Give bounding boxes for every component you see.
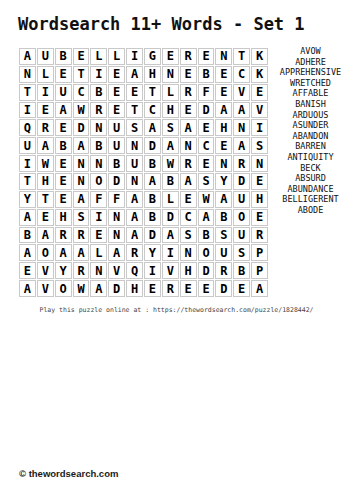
- word-list-item: WRETCHED: [268, 78, 353, 89]
- grid-cell: B: [108, 155, 125, 172]
- grid-cell: A: [215, 191, 232, 208]
- grid-cell: C: [73, 84, 90, 101]
- word-list-item: AFFABLE: [268, 88, 353, 99]
- grid-cell: E: [215, 66, 232, 83]
- grid-cell: U: [233, 191, 250, 208]
- grid-cell: E: [180, 191, 197, 208]
- grid-cell: E: [108, 102, 125, 119]
- grid-cell: Y: [215, 173, 232, 190]
- grid-cell: R: [55, 227, 72, 244]
- grid-cell: W: [162, 155, 179, 172]
- puzzle-page: Wordsearch 11+ Words - Set 1 AUBELLIGERE…: [0, 0, 353, 500]
- grid-cell: D: [144, 137, 161, 154]
- grid-cell: E: [198, 155, 215, 172]
- grid-cell: N: [90, 262, 107, 279]
- grid-cell: T: [144, 84, 161, 101]
- grid-cell: N: [19, 66, 36, 83]
- grid-cell: R: [73, 227, 90, 244]
- grid-cell: Q: [126, 262, 143, 279]
- grid-cell: A: [251, 280, 268, 297]
- grid-cell: C: [180, 209, 197, 226]
- grid-cell: A: [144, 173, 161, 190]
- grid-cell: I: [90, 209, 107, 226]
- word-list: AVOWADHEREAPPREHENSIVEWRETCHEDAFFABLEBAN…: [268, 46, 353, 216]
- grid-cell: S: [73, 209, 90, 226]
- grid-cell: E: [55, 66, 72, 83]
- grid-cell: K: [251, 66, 268, 83]
- word-list-item: BELLIGERENT: [268, 194, 353, 205]
- grid-cell: O: [198, 244, 215, 261]
- word-list-item: ABSURD: [268, 173, 353, 184]
- grid-cell: N: [90, 155, 107, 172]
- grid-cell: V: [37, 280, 54, 297]
- grid-cell: D: [198, 262, 215, 279]
- grid-cell: E: [198, 119, 215, 136]
- grid-cell: I: [19, 155, 36, 172]
- grid-cell: A: [126, 66, 143, 83]
- grid-cell: E: [233, 280, 250, 297]
- grid-cell: D: [198, 102, 215, 119]
- grid-cell: S: [162, 119, 179, 136]
- grid-cell: S: [233, 244, 250, 261]
- grid-cell: E: [162, 48, 179, 65]
- grid-cell: E: [73, 48, 90, 65]
- grid-cell: A: [19, 48, 36, 65]
- grid-cell: E: [55, 155, 72, 172]
- grid-cell: A: [126, 227, 143, 244]
- grid-cell: I: [162, 244, 179, 261]
- grid-cell: E: [55, 173, 72, 190]
- grid-cell: N: [215, 48, 232, 65]
- grid-cell: A: [180, 173, 197, 190]
- grid-cell: L: [37, 66, 54, 83]
- grid-cell: C: [198, 137, 215, 154]
- grid-cell: U: [108, 119, 125, 136]
- grid-cell: S: [198, 173, 215, 190]
- grid-cell: O: [55, 280, 72, 297]
- grid-cell: L: [90, 244, 107, 261]
- grid-cell: L: [162, 84, 179, 101]
- grid-cell: Y: [144, 244, 161, 261]
- grid-cell: R: [162, 280, 179, 297]
- grid-cell: W: [37, 155, 54, 172]
- grid-cell: B: [233, 262, 250, 279]
- grid-cell: N: [215, 155, 232, 172]
- grid-cell: E: [144, 280, 161, 297]
- grid-cell: T: [233, 48, 250, 65]
- grid-cell: I: [90, 66, 107, 83]
- grid-cell: A: [215, 102, 232, 119]
- grid-cell: P: [251, 244, 268, 261]
- grid-cell: D: [233, 173, 250, 190]
- word-list-item: BARREN: [268, 141, 353, 152]
- grid-cell: B: [90, 84, 107, 101]
- grid-cell: N: [126, 137, 143, 154]
- grid-cell: E: [180, 280, 197, 297]
- grid-cell: A: [233, 137, 250, 154]
- grid-cell: C: [233, 66, 250, 83]
- grid-cell: D: [144, 227, 161, 244]
- grid-cell: L: [108, 48, 125, 65]
- grid-cell: I: [144, 262, 161, 279]
- grid-cell: F: [198, 84, 215, 101]
- grid-cell: T: [19, 84, 36, 101]
- grid-cell: A: [162, 137, 179, 154]
- grid-cell: B: [144, 209, 161, 226]
- grid-cell: T: [37, 191, 54, 208]
- grid-cell: E: [251, 209, 268, 226]
- grid-cell: A: [19, 209, 36, 226]
- grid-cell: T: [126, 102, 143, 119]
- grid-cell: U: [233, 227, 250, 244]
- grid-cell: B: [90, 137, 107, 154]
- site-branding: © thewordsearch.com: [19, 468, 118, 479]
- grid-cell: A: [73, 191, 90, 208]
- grid-cell: A: [19, 244, 36, 261]
- grid-cell: E: [90, 227, 107, 244]
- grid-cell: A: [162, 227, 179, 244]
- grid-cell: B: [55, 48, 72, 65]
- grid-cell: V: [162, 262, 179, 279]
- grid-cell: Y: [19, 191, 36, 208]
- grid-cell: R: [180, 84, 197, 101]
- grid-cell: A: [126, 209, 143, 226]
- grid-cell: O: [233, 209, 250, 226]
- word-list-item: ANTIQUITY: [268, 152, 353, 163]
- grid-cell: V: [251, 102, 268, 119]
- grid-cell: N: [233, 119, 250, 136]
- word-list-item: ADHERE: [268, 57, 353, 68]
- grid-cell: A: [198, 209, 215, 226]
- grid-cell: A: [126, 191, 143, 208]
- grid-cell: E: [55, 119, 72, 136]
- grid-cell: A: [73, 244, 90, 261]
- grid-cell: A: [233, 102, 250, 119]
- grid-cell: R: [215, 262, 232, 279]
- grid-cell: I: [19, 102, 36, 119]
- grid-cell: L: [162, 191, 179, 208]
- grid-cell: E: [251, 173, 268, 190]
- grid-cell: N: [73, 173, 90, 190]
- grid-cell: R: [90, 102, 107, 119]
- grid-cell: B: [198, 227, 215, 244]
- grid-cell: U: [55, 84, 72, 101]
- grid-cell: H: [251, 191, 268, 208]
- grid-cell: W: [73, 102, 90, 119]
- grid-cell: N: [90, 119, 107, 136]
- grid-cell: E: [108, 84, 125, 101]
- grid-cell: E: [180, 102, 197, 119]
- word-list-item: BECK: [268, 163, 353, 174]
- word-list-item: ABUNDANCE: [268, 184, 353, 195]
- grid-cell: N: [162, 66, 179, 83]
- grid-cell: U: [108, 137, 125, 154]
- grid-cell: E: [198, 48, 215, 65]
- grid-cell: N: [180, 137, 197, 154]
- grid-cell: D: [162, 209, 179, 226]
- word-list-item: ABODE: [268, 205, 353, 216]
- grid-cell: V: [108, 262, 125, 279]
- grid-cell: D: [108, 173, 125, 190]
- word-list-item: AVOW: [268, 46, 353, 57]
- grid-cell: H: [37, 173, 54, 190]
- grid-cell: H: [215, 119, 232, 136]
- grid-cell: E: [37, 102, 54, 119]
- grid-cell: B: [144, 155, 161, 172]
- grid-cell: A: [180, 119, 197, 136]
- grid-cell: U: [37, 48, 54, 65]
- grid-cell: I: [251, 119, 268, 136]
- grid-cell: H: [180, 262, 197, 279]
- grid-cell: N: [126, 173, 143, 190]
- grid-cell: N: [108, 227, 125, 244]
- grid-cell: O: [37, 244, 54, 261]
- grid-cell: E: [251, 84, 268, 101]
- word-list-item: APPREHENSIVE: [268, 67, 353, 78]
- grid-cell: A: [144, 119, 161, 136]
- grid-cell: A: [37, 137, 54, 154]
- grid-cell: I: [37, 84, 54, 101]
- grid-cell: H: [144, 66, 161, 83]
- grid-cell: S: [126, 119, 143, 136]
- grid-cell: B: [162, 173, 179, 190]
- grid-cell: R: [233, 155, 250, 172]
- grid-cell: R: [126, 244, 143, 261]
- grid-cell: N: [73, 155, 90, 172]
- grid-cell: A: [19, 280, 36, 297]
- grid-cell: A: [55, 102, 72, 119]
- grid-cell: A: [37, 227, 54, 244]
- grid-cell: D: [215, 280, 232, 297]
- grid-cell: B: [19, 227, 36, 244]
- play-online-note: Play this puzzle online at : https://the…: [0, 306, 353, 314]
- grid-cell: U: [215, 244, 232, 261]
- grid-cell: V: [233, 84, 250, 101]
- grid-cell: E: [126, 84, 143, 101]
- grid-cell: E: [215, 137, 232, 154]
- grid-cell: L: [90, 48, 107, 65]
- grid-cell: H: [162, 102, 179, 119]
- grid-cell: R: [73, 262, 90, 279]
- grid-cell: O: [90, 173, 107, 190]
- grid-cell: U: [19, 137, 36, 154]
- grid-cell: E: [215, 84, 232, 101]
- grid-cell: E: [37, 209, 54, 226]
- grid-cell: E: [108, 66, 125, 83]
- grid-cell: P: [251, 262, 268, 279]
- grid-cell: B: [144, 191, 161, 208]
- word-list-item: ABANDON: [268, 131, 353, 142]
- grid-cell: N: [251, 155, 268, 172]
- word-list-item: BANISH: [268, 99, 353, 110]
- grid-cell: C: [144, 102, 161, 119]
- grid-cell: H: [126, 280, 143, 297]
- grid-cell: R: [180, 48, 197, 65]
- grid-cell: S: [251, 137, 268, 154]
- grid-cell: R: [37, 119, 54, 136]
- grid-cell: D: [108, 280, 125, 297]
- grid-cell: T: [73, 66, 90, 83]
- wordsearch-grid: AUBELLIGERENTKNLETIEAHNEBECKTIUCBEETLRFE…: [19, 48, 268, 297]
- grid-cell: U: [126, 155, 143, 172]
- grid-cell: K: [251, 48, 268, 65]
- grid-cell: D: [73, 119, 90, 136]
- grid-cell: Q: [19, 119, 36, 136]
- word-list-item: ARDUOUS: [268, 110, 353, 121]
- grid-cell: H: [55, 209, 72, 226]
- grid-cell: Y: [55, 262, 72, 279]
- grid-cell: S: [215, 227, 232, 244]
- grid-cell: B: [198, 66, 215, 83]
- grid-cell: W: [198, 191, 215, 208]
- grid-cell: V: [37, 262, 54, 279]
- grid-cell: I: [126, 48, 143, 65]
- grid-cell: E: [180, 66, 197, 83]
- grid-cell: T: [19, 173, 36, 190]
- grid-cell: S: [180, 227, 197, 244]
- word-list-item: ASUNDER: [268, 120, 353, 131]
- page-title: Wordsearch 11+ Words - Set 1: [18, 14, 305, 34]
- grid-cell: B: [215, 209, 232, 226]
- grid-cell: B: [55, 137, 72, 154]
- grid-cell: E: [55, 191, 72, 208]
- grid-cell: F: [90, 191, 107, 208]
- grid-cell: A: [90, 280, 107, 297]
- grid-cell: R: [180, 155, 197, 172]
- grid-cell: A: [55, 244, 72, 261]
- grid-cell: E: [198, 280, 215, 297]
- grid-cell: N: [180, 244, 197, 261]
- grid-cell: R: [251, 227, 268, 244]
- grid-cell: G: [144, 48, 161, 65]
- grid-cell: F: [108, 191, 125, 208]
- grid-cell: E: [19, 262, 36, 279]
- grid-cell: W: [73, 280, 90, 297]
- grid-cell: A: [73, 137, 90, 154]
- grid-cell: N: [108, 209, 125, 226]
- grid-cell: A: [108, 244, 125, 261]
